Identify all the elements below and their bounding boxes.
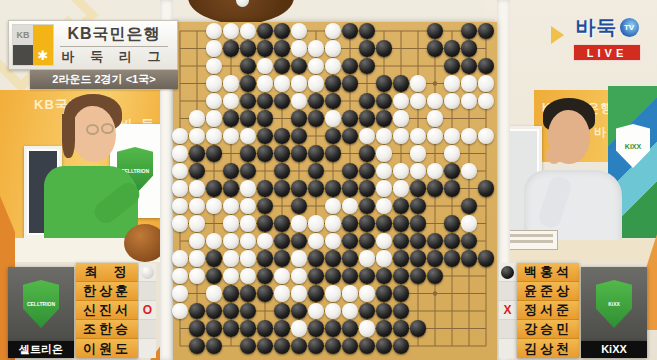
roster-row: 윤준상 (517, 282, 579, 301)
black-stone (274, 180, 291, 197)
black-stone (342, 215, 359, 232)
roster-row: 김상천 (517, 339, 579, 358)
kixx-logo-label: KiXX (608, 301, 620, 307)
black-stone (274, 215, 291, 232)
league-title: KB국민은행 (54, 24, 174, 45)
black-stone (427, 250, 444, 267)
white-stone (291, 215, 308, 232)
black-stone (393, 250, 410, 267)
live-badge: LIVE (573, 44, 641, 61)
roster-row: 신진서 (76, 301, 138, 320)
broadcast-screen: KB국민은행 바둑리그 CELLTRION KB국민은행 바둑리그 KiXX (0, 0, 657, 360)
player-name: 강승민 (524, 320, 572, 338)
white-stone (291, 40, 308, 57)
black-stone (223, 40, 240, 57)
white-stone (376, 145, 393, 162)
black-stone (240, 110, 257, 127)
black-stone (274, 320, 291, 337)
white-stone (308, 215, 325, 232)
white-stone (444, 145, 461, 162)
celltrion-logo-label: CELLTRION (27, 301, 55, 307)
right-team-name: KiXX (601, 343, 627, 355)
black-stone (444, 215, 461, 232)
white-stone (444, 75, 461, 92)
black-stone (257, 285, 274, 302)
white-stone (223, 250, 240, 267)
marker-cell (499, 320, 516, 339)
black-stone (240, 75, 257, 92)
white-stone (172, 285, 189, 302)
white-stone (172, 180, 189, 197)
player-name: 한상훈 (83, 282, 131, 300)
white-stone (240, 180, 257, 197)
board-area (160, 0, 510, 360)
black-stone (257, 250, 274, 267)
left-player-hair (62, 114, 75, 158)
black-stone (223, 180, 240, 197)
left-team-name: 셀트리온 (19, 343, 63, 355)
go-bowl (188, 0, 294, 24)
white-stone (172, 215, 189, 232)
black-stone (427, 180, 444, 197)
white-stone (308, 75, 325, 92)
black-stone (376, 320, 393, 337)
black-stone (257, 145, 274, 162)
marker-cell (139, 263, 156, 282)
marker-cell (499, 339, 516, 358)
go-board (173, 22, 497, 360)
white-stone (376, 250, 393, 267)
black-stone (308, 180, 325, 197)
white-stone (410, 75, 427, 92)
black-stone (359, 40, 376, 57)
marker-cell (499, 282, 516, 301)
white-stone (223, 215, 240, 232)
right-roster: 백홍석 윤준상 정서준 강승민 김상천 (517, 263, 579, 358)
white-stone (206, 75, 223, 92)
white-stone (342, 285, 359, 302)
black-stone (291, 145, 308, 162)
white-stone (274, 285, 291, 302)
black-stone (257, 215, 274, 232)
glasses-icon (101, 123, 114, 134)
black-stone (376, 285, 393, 302)
bowl-stone (236, 0, 249, 7)
player-name: 김상천 (524, 340, 572, 358)
white-stone (325, 40, 342, 57)
marker-cell (499, 263, 516, 282)
white-stone-icon (141, 266, 154, 279)
black-stone (444, 250, 461, 267)
white-stone (427, 110, 444, 127)
black-stone-icon (501, 266, 514, 279)
black-stone (393, 320, 410, 337)
left-team-name-bar: 셀트리온 (8, 341, 74, 358)
tv-label: TV (624, 23, 634, 32)
marker-cell (139, 320, 156, 339)
black-stone (444, 180, 461, 197)
black-stone (376, 215, 393, 232)
player-name: 신진서 (83, 301, 131, 319)
black-stone (342, 250, 359, 267)
marker-cell: O (139, 301, 156, 320)
white-stone (189, 180, 206, 197)
white-stone (308, 40, 325, 57)
white-stone (291, 250, 308, 267)
black-stone (393, 215, 410, 232)
kixx-shield-icon: KiXX (596, 280, 632, 328)
white-stone (240, 250, 257, 267)
black-stone (342, 180, 359, 197)
black-stone (291, 110, 308, 127)
left-marker-column: O (139, 263, 156, 358)
black-stone (410, 180, 427, 197)
white-stone (189, 250, 206, 267)
white-stone (172, 145, 189, 162)
white-stone (206, 285, 223, 302)
tv-circle-icon: TV (620, 18, 639, 37)
go-bowl (124, 224, 162, 262)
black-stone (376, 110, 393, 127)
white-stone (223, 75, 240, 92)
white-stone (172, 250, 189, 267)
white-stone (240, 215, 257, 232)
black-stone (240, 285, 257, 302)
black-stone (393, 285, 410, 302)
white-stone (189, 215, 206, 232)
black-stone (444, 40, 461, 57)
black-stone (376, 75, 393, 92)
black-stone (359, 110, 376, 127)
roster-row: 조한승 (76, 320, 138, 339)
black-stone (359, 145, 376, 162)
black-stone (461, 250, 478, 267)
kb-logo-text: KB (13, 25, 33, 45)
white-stone (410, 145, 427, 162)
kb-star-icon: ✱ (33, 45, 53, 65)
white-stone (478, 75, 495, 92)
league-banner: KB ✱ KB국민은행 바 둑 리 그 (8, 20, 178, 70)
black-stone (376, 40, 393, 57)
black-stone (478, 180, 495, 197)
right-team-logo-box: KiXX (581, 267, 647, 341)
kixx-shield-label: KiXX (625, 143, 641, 150)
black-stone (308, 145, 325, 162)
white-stone (359, 250, 376, 267)
roster-row: 정서준 (517, 301, 579, 320)
black-stone (206, 145, 223, 162)
white-stone (189, 110, 206, 127)
black-stone (206, 320, 223, 337)
white-stone (206, 110, 223, 127)
black-stone (240, 145, 257, 162)
white-stone (291, 285, 308, 302)
black-stone (478, 250, 495, 267)
black-stone (308, 250, 325, 267)
black-stone (291, 180, 308, 197)
white-stone (325, 215, 342, 232)
kb-logo-icon: KB ✱ (12, 24, 54, 66)
black-stone (410, 250, 427, 267)
black-stone (325, 75, 342, 92)
marker-cell: X (499, 301, 516, 320)
white-stone (291, 75, 308, 92)
white-stone (359, 320, 376, 337)
black-stone (393, 75, 410, 92)
black-stone (325, 145, 342, 162)
black-stone (257, 320, 274, 337)
roster-row: 강승민 (517, 320, 579, 339)
black-stone (274, 40, 291, 57)
right-team-name-bar: KiXX (581, 341, 647, 358)
black-stone (240, 40, 257, 57)
black-stone (410, 320, 427, 337)
player-name: 최 정 (84, 263, 129, 281)
black-stone (308, 320, 325, 337)
black-stone (206, 250, 223, 267)
player-name: 정서준 (524, 301, 572, 319)
celltrion-shield-icon: CELLTRION (23, 280, 59, 328)
black-stone (189, 320, 206, 337)
glasses-icon (86, 124, 99, 135)
white-stone (291, 320, 308, 337)
black-stone (342, 320, 359, 337)
left-roster: 최 정 한상훈 신진서 조한승 이원도 (76, 263, 138, 358)
black-stone (342, 75, 359, 92)
white-stone (393, 180, 410, 197)
roster-row: 한상훈 (76, 282, 138, 301)
right-marker-column: X (499, 263, 516, 358)
baduktv-logo: 바둑 TV LIVE (568, 14, 646, 64)
white-stone (206, 40, 223, 57)
player-name: 조한승 (83, 320, 131, 338)
white-stone (325, 285, 342, 302)
roster-row: 최 정 (76, 263, 138, 282)
round-info-bar: 2라운드 2경기 <1국> (30, 70, 178, 89)
black-stone (359, 215, 376, 232)
black-stone (240, 320, 257, 337)
marker-cell (139, 339, 156, 358)
white-stone (257, 75, 274, 92)
left-team-logo-box: CELLTRION (8, 267, 74, 341)
black-stone (342, 110, 359, 127)
black-stone (427, 40, 444, 57)
black-stone (325, 180, 342, 197)
kixx-shield-icon: KiXX (616, 124, 650, 168)
league-subtitle: 바 둑 리 그 (54, 48, 174, 66)
player-name: 백홍석 (524, 263, 572, 281)
roster-row: 백홍석 (517, 263, 579, 282)
roster-row: 이원도 (76, 339, 138, 358)
black-stone (325, 320, 342, 337)
black-stone (325, 250, 342, 267)
white-stone (393, 110, 410, 127)
black-stone (257, 180, 274, 197)
white-stone (359, 285, 376, 302)
black-stone (257, 40, 274, 57)
right-player-hand (546, 146, 562, 164)
black-stone (274, 145, 291, 162)
channel-name: 바둑 (576, 14, 618, 41)
player-name: 윤준상 (524, 282, 572, 300)
black-stone (189, 145, 206, 162)
black-stone (308, 285, 325, 302)
black-stone (410, 215, 427, 232)
black-stone (461, 40, 478, 57)
black-stone (359, 180, 376, 197)
white-stone (461, 215, 478, 232)
black-stone (308, 110, 325, 127)
white-stone (461, 75, 478, 92)
white-stone (376, 180, 393, 197)
black-stone (206, 180, 223, 197)
black-stone (223, 320, 240, 337)
marker-cell (139, 282, 156, 301)
white-stone (274, 75, 291, 92)
black-stone (274, 250, 291, 267)
player-name: 이원도 (83, 340, 131, 358)
black-stone (223, 110, 240, 127)
black-stone (257, 110, 274, 127)
white-stone (325, 110, 342, 127)
black-stone (223, 285, 240, 302)
